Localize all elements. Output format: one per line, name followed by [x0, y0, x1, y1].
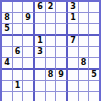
cell-r1c4[interactable]: 6 — [35, 2, 46, 13]
cell-r2c3[interactable]: 9 — [23, 13, 35, 24]
cell-r4c4[interactable]: 1 — [35, 36, 46, 47]
cell-r7c7[interactable] — [68, 70, 79, 81]
cell-r3c9[interactable] — [89, 24, 99, 36]
cell-r3c4[interactable] — [35, 24, 46, 36]
cell-r9c5[interactable] — [46, 92, 56, 101]
cell-r6c3[interactable] — [23, 58, 35, 70]
cell-r2c4[interactable] — [35, 13, 46, 24]
cell-r1c8[interactable] — [79, 2, 89, 13]
cell-r9c2[interactable] — [13, 92, 23, 101]
cell-r5c7[interactable] — [68, 47, 79, 58]
cell-r3c2[interactable] — [13, 24, 23, 36]
cell-r4c3[interactable] — [23, 36, 35, 47]
cell-r6c2[interactable] — [13, 58, 23, 70]
cell-r4c8[interactable] — [79, 36, 89, 47]
sudoku-board-viewport: 62389151763488951 — [0, 0, 101, 101]
cell-r2c7[interactable]: 1 — [68, 13, 79, 24]
cell-r6c8[interactable]: 8 — [79, 58, 89, 70]
cell-r7c5[interactable]: 8 — [46, 70, 56, 81]
cell-r5c3[interactable] — [23, 47, 35, 58]
cell-r1c1[interactable] — [2, 2, 13, 13]
cell-r6c7[interactable] — [68, 58, 79, 70]
sudoku-board: 62389151763488951 — [0, 0, 101, 101]
cell-r7c4[interactable] — [35, 70, 46, 81]
cell-r3c7[interactable] — [68, 24, 79, 36]
cell-r2c6[interactable] — [56, 13, 68, 24]
cell-r4c5[interactable] — [46, 36, 56, 47]
cell-r3c8[interactable] — [79, 24, 89, 36]
cell-r9c1[interactable] — [2, 92, 13, 101]
cell-r3c3[interactable] — [23, 24, 35, 36]
cell-r8c3[interactable] — [23, 81, 35, 92]
cell-r6c4[interactable] — [35, 58, 46, 70]
cell-r8c7[interactable] — [68, 81, 79, 92]
cell-r5c5[interactable] — [46, 47, 56, 58]
cell-r9c9[interactable] — [89, 92, 99, 101]
cell-r6c5[interactable] — [46, 58, 56, 70]
cell-r8c2[interactable]: 1 — [13, 81, 23, 92]
cell-r1c3[interactable] — [23, 2, 35, 13]
cell-r4c7[interactable]: 7 — [68, 36, 79, 47]
cell-r7c6[interactable]: 9 — [56, 70, 68, 81]
cell-r9c6[interactable] — [56, 92, 68, 101]
cell-r3c5[interactable] — [46, 24, 56, 36]
cell-r5c4[interactable]: 3 — [35, 47, 46, 58]
cell-r1c2[interactable] — [13, 2, 23, 13]
cell-r2c5[interactable] — [46, 13, 56, 24]
cell-r8c5[interactable] — [46, 81, 56, 92]
cell-r5c2[interactable]: 6 — [13, 47, 23, 58]
cell-r8c8[interactable] — [79, 81, 89, 92]
cell-r7c1[interactable] — [2, 70, 13, 81]
cell-r4c2[interactable] — [13, 36, 23, 47]
cell-r4c9[interactable] — [89, 36, 99, 47]
cell-r5c9[interactable] — [89, 47, 99, 58]
cell-r9c7[interactable] — [68, 92, 79, 101]
cell-r6c1[interactable]: 4 — [2, 58, 13, 70]
cell-r4c1[interactable] — [2, 36, 13, 47]
cell-r7c3[interactable] — [23, 70, 35, 81]
cell-r5c1[interactable] — [2, 47, 13, 58]
cell-r1c5[interactable]: 2 — [46, 2, 56, 13]
cell-r5c8[interactable] — [79, 47, 89, 58]
cell-r3c1[interactable]: 5 — [2, 24, 13, 36]
cell-r7c9[interactable]: 5 — [89, 70, 99, 81]
cell-r1c7[interactable]: 3 — [68, 2, 79, 13]
cell-r9c8[interactable] — [79, 92, 89, 101]
cell-r8c4[interactable] — [35, 81, 46, 92]
cell-r8c9[interactable] — [89, 81, 99, 92]
cell-r2c8[interactable] — [79, 13, 89, 24]
cell-r9c4[interactable] — [35, 92, 46, 101]
cell-r8c6[interactable] — [56, 81, 68, 92]
cell-r9c3[interactable] — [23, 92, 35, 101]
cell-r6c6[interactable] — [56, 58, 68, 70]
cell-r7c2[interactable] — [13, 70, 23, 81]
cell-r4c6[interactable] — [56, 36, 68, 47]
cell-r2c9[interactable] — [89, 13, 99, 24]
cell-r3c6[interactable] — [56, 24, 68, 36]
cell-r2c1[interactable]: 8 — [2, 13, 13, 24]
cell-r5c6[interactable] — [56, 47, 68, 58]
cell-r7c8[interactable] — [79, 70, 89, 81]
cell-r6c9[interactable] — [89, 58, 99, 70]
cell-r8c1[interactable] — [2, 81, 13, 92]
cell-r1c9[interactable] — [89, 2, 99, 13]
cell-r2c2[interactable] — [13, 13, 23, 24]
cell-r1c6[interactable] — [56, 2, 68, 13]
